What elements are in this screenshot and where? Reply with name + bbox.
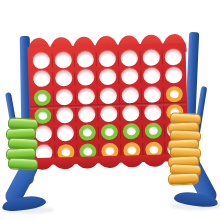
cell-r4c3 — [75, 105, 98, 124]
scallop-bump — [143, 154, 167, 167]
cell-r1c2 — [52, 51, 75, 70]
green-ring-piece — [100, 124, 117, 140]
cell-r3c7 — [163, 85, 186, 104]
empty-hole — [99, 88, 116, 104]
empty-hole — [56, 125, 73, 141]
empty-hole — [99, 69, 116, 85]
green-spare-ring — [8, 157, 39, 171]
empty-hole — [143, 86, 160, 102]
empty-hole — [142, 50, 159, 66]
cell-r1c6 — [140, 48, 163, 67]
yellow-ring-piece — [165, 86, 182, 102]
empty-hole — [55, 70, 72, 86]
empty-hole — [76, 52, 93, 68]
cell-r5c3 — [76, 124, 99, 143]
cell-r2c2 — [52, 69, 75, 88]
empty-hole — [122, 105, 139, 121]
cell-r3c2 — [53, 88, 76, 107]
empty-hole — [144, 105, 161, 121]
green-ring-piece — [78, 125, 95, 141]
empty-hole — [55, 89, 72, 105]
green-ring-piece — [33, 89, 50, 105]
cell-r1c3 — [74, 50, 97, 69]
empty-hole — [121, 69, 138, 85]
empty-hole — [54, 52, 71, 68]
cell-r4c2 — [53, 106, 76, 125]
cell-r3c3 — [75, 87, 98, 106]
cell-r2c6 — [140, 67, 163, 86]
empty-hole — [120, 50, 137, 66]
empty-hole — [33, 71, 50, 87]
cell-r3c4 — [97, 86, 120, 105]
cell-r2c4 — [96, 68, 119, 87]
cell-r3c1 — [31, 88, 54, 107]
scallop-bump — [75, 156, 99, 169]
cell-r3c6 — [141, 85, 164, 104]
empty-hole — [143, 68, 160, 84]
empty-hole — [121, 87, 138, 103]
cell-r2c5 — [118, 67, 141, 86]
empty-hole — [164, 49, 181, 65]
cell-r5c4 — [98, 123, 121, 142]
green-ring-piece — [122, 124, 139, 140]
green-ring-piece — [144, 123, 161, 139]
empty-hole — [56, 107, 73, 123]
connect-four-board — [27, 34, 189, 170]
cell-r5c6 — [142, 122, 165, 141]
empty-hole — [165, 67, 182, 83]
cell-r2c3 — [74, 69, 97, 88]
giant-connect-four-set — [0, 0, 220, 220]
cell-r4c5 — [119, 104, 142, 123]
cell-r5c2 — [54, 124, 77, 143]
scallop-bump — [98, 156, 122, 169]
cell-r4c6 — [141, 103, 164, 122]
empty-hole — [98, 51, 115, 67]
cell-r1c5 — [118, 49, 141, 68]
cell-r1c7 — [162, 48, 185, 67]
yellow-spare-ring — [168, 172, 200, 185]
empty-hole — [77, 88, 94, 104]
cell-r4c4 — [97, 105, 120, 124]
scallop-bump — [120, 155, 144, 168]
yellow-ring-stack — [169, 116, 200, 184]
cell-r2c1 — [30, 70, 53, 89]
cell-r1c1 — [30, 52, 53, 71]
empty-hole — [77, 70, 94, 86]
scallop-bump — [53, 157, 77, 170]
green-ring-stack — [7, 120, 37, 170]
empty-hole — [32, 53, 49, 69]
cell-r3c5 — [119, 86, 142, 105]
cell-r5c5 — [120, 122, 143, 141]
empty-hole — [78, 107, 95, 123]
cell-r1c4 — [96, 50, 119, 69]
cell-r2c7 — [162, 66, 185, 85]
empty-hole — [100, 106, 117, 122]
